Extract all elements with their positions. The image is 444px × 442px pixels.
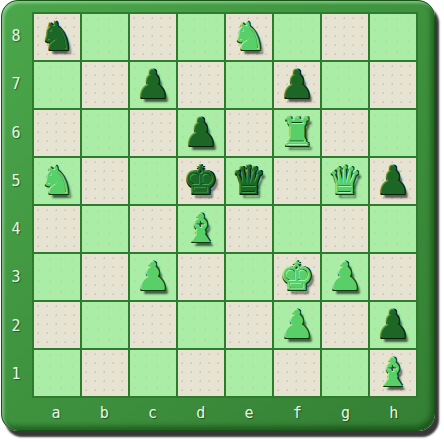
square-e3[interactable] <box>226 254 272 300</box>
rank-label-4: 4 <box>11 220 20 238</box>
file-label-c: c <box>148 404 157 422</box>
piece-white-king-f3[interactable]: ♚ <box>280 254 315 300</box>
square-a7[interactable] <box>34 62 80 108</box>
piece-black-pawn-h2[interactable]: ♟ <box>376 302 411 348</box>
square-g8[interactable] <box>322 14 368 60</box>
square-d6[interactable]: ♟ <box>178 110 224 156</box>
rank-label-6: 6 <box>11 124 20 142</box>
square-h5[interactable]: ♟ <box>370 158 416 204</box>
square-h4[interactable] <box>370 206 416 252</box>
file-label-a: a <box>52 404 61 422</box>
square-a6[interactable] <box>34 110 80 156</box>
rank-label-1: 1 <box>11 365 20 383</box>
file-label-b: b <box>100 404 109 422</box>
file-label-e: e <box>245 404 254 422</box>
square-f8[interactable] <box>274 14 320 60</box>
square-c1[interactable] <box>130 350 176 396</box>
piece-black-knight-a8[interactable]: ♞ <box>40 14 75 60</box>
square-h3[interactable] <box>370 254 416 300</box>
piece-white-knight-a5[interactable]: ♞ <box>40 158 75 204</box>
piece-black-pawn-d6[interactable]: ♟ <box>184 110 219 156</box>
square-b6[interactable] <box>82 110 128 156</box>
square-f1[interactable] <box>274 350 320 396</box>
square-a1[interactable] <box>34 350 80 396</box>
rank-labels: 87654321 <box>0 12 32 398</box>
file-label-g: g <box>341 404 350 422</box>
square-g2[interactable] <box>322 302 368 348</box>
square-e2[interactable] <box>226 302 272 348</box>
piece-black-queen-e5[interactable]: ♛ <box>232 158 267 204</box>
square-e8[interactable]: ♞ <box>226 14 272 60</box>
square-b3[interactable] <box>82 254 128 300</box>
chess-app: 87654321 ♞♞♟♟♟♜♞♚♛♛♟♝♟♚♟♟♟♝ abcdefgh <box>0 0 444 442</box>
square-h6[interactable] <box>370 110 416 156</box>
square-d7[interactable] <box>178 62 224 108</box>
square-d5[interactable]: ♚ <box>178 158 224 204</box>
square-c5[interactable] <box>130 158 176 204</box>
chess-board[interactable]: ♞♞♟♟♟♜♞♚♛♛♟♝♟♚♟♟♟♝ <box>32 12 418 398</box>
rank-label-2: 2 <box>11 317 20 335</box>
piece-black-king-d5[interactable]: ♚ <box>184 158 219 204</box>
rank-label-7: 7 <box>11 75 20 93</box>
piece-white-pawn-c3[interactable]: ♟ <box>136 254 171 300</box>
piece-white-rook-f6[interactable]: ♜ <box>280 110 315 156</box>
file-label-f: f <box>293 404 302 422</box>
square-b2[interactable] <box>82 302 128 348</box>
square-e6[interactable] <box>226 110 272 156</box>
piece-white-bishop-d4[interactable]: ♝ <box>184 206 219 252</box>
square-c7[interactable]: ♟ <box>130 62 176 108</box>
file-labels: abcdefgh <box>32 398 418 428</box>
square-e4[interactable] <box>226 206 272 252</box>
square-f7[interactable]: ♟ <box>274 62 320 108</box>
piece-white-pawn-g3[interactable]: ♟ <box>328 254 363 300</box>
square-e7[interactable] <box>226 62 272 108</box>
square-a5[interactable]: ♞ <box>34 158 80 204</box>
square-h7[interactable] <box>370 62 416 108</box>
square-c8[interactable] <box>130 14 176 60</box>
square-g1[interactable] <box>322 350 368 396</box>
square-c4[interactable] <box>130 206 176 252</box>
piece-black-pawn-h5[interactable]: ♟ <box>376 158 411 204</box>
square-f4[interactable] <box>274 206 320 252</box>
square-g6[interactable] <box>322 110 368 156</box>
piece-white-knight-e8[interactable]: ♞ <box>232 14 267 60</box>
square-f6[interactable]: ♜ <box>274 110 320 156</box>
square-f5[interactable] <box>274 158 320 204</box>
square-g4[interactable] <box>322 206 368 252</box>
square-a2[interactable] <box>34 302 80 348</box>
rank-label-5: 5 <box>11 172 20 190</box>
file-label-d: d <box>196 404 205 422</box>
file-label-h: h <box>389 404 398 422</box>
square-b4[interactable] <box>82 206 128 252</box>
square-f3[interactable]: ♚ <box>274 254 320 300</box>
square-g7[interactable] <box>322 62 368 108</box>
square-d1[interactable] <box>178 350 224 396</box>
square-b8[interactable] <box>82 14 128 60</box>
square-a3[interactable] <box>34 254 80 300</box>
piece-white-queen-g5[interactable]: ♛ <box>328 158 363 204</box>
square-e1[interactable] <box>226 350 272 396</box>
square-h1[interactable]: ♝ <box>370 350 416 396</box>
rank-label-3: 3 <box>11 268 20 286</box>
piece-white-bishop-h1[interactable]: ♝ <box>376 350 411 396</box>
square-d4[interactable]: ♝ <box>178 206 224 252</box>
piece-white-pawn-f2[interactable]: ♟ <box>280 302 315 348</box>
square-d3[interactable] <box>178 254 224 300</box>
square-b5[interactable] <box>82 158 128 204</box>
square-h2[interactable]: ♟ <box>370 302 416 348</box>
piece-black-pawn-f7[interactable]: ♟ <box>280 62 315 108</box>
square-g3[interactable]: ♟ <box>322 254 368 300</box>
square-a8[interactable]: ♞ <box>34 14 80 60</box>
square-c2[interactable] <box>130 302 176 348</box>
square-c3[interactable]: ♟ <box>130 254 176 300</box>
square-b7[interactable] <box>82 62 128 108</box>
square-b1[interactable] <box>82 350 128 396</box>
square-d2[interactable] <box>178 302 224 348</box>
piece-black-pawn-c7[interactable]: ♟ <box>136 62 171 108</box>
square-h8[interactable] <box>370 14 416 60</box>
rank-label-8: 8 <box>11 27 20 45</box>
square-a4[interactable] <box>34 206 80 252</box>
square-g5[interactable]: ♛ <box>322 158 368 204</box>
square-f2[interactable]: ♟ <box>274 302 320 348</box>
square-e5[interactable]: ♛ <box>226 158 272 204</box>
square-c6[interactable] <box>130 110 176 156</box>
square-d8[interactable] <box>178 14 224 60</box>
